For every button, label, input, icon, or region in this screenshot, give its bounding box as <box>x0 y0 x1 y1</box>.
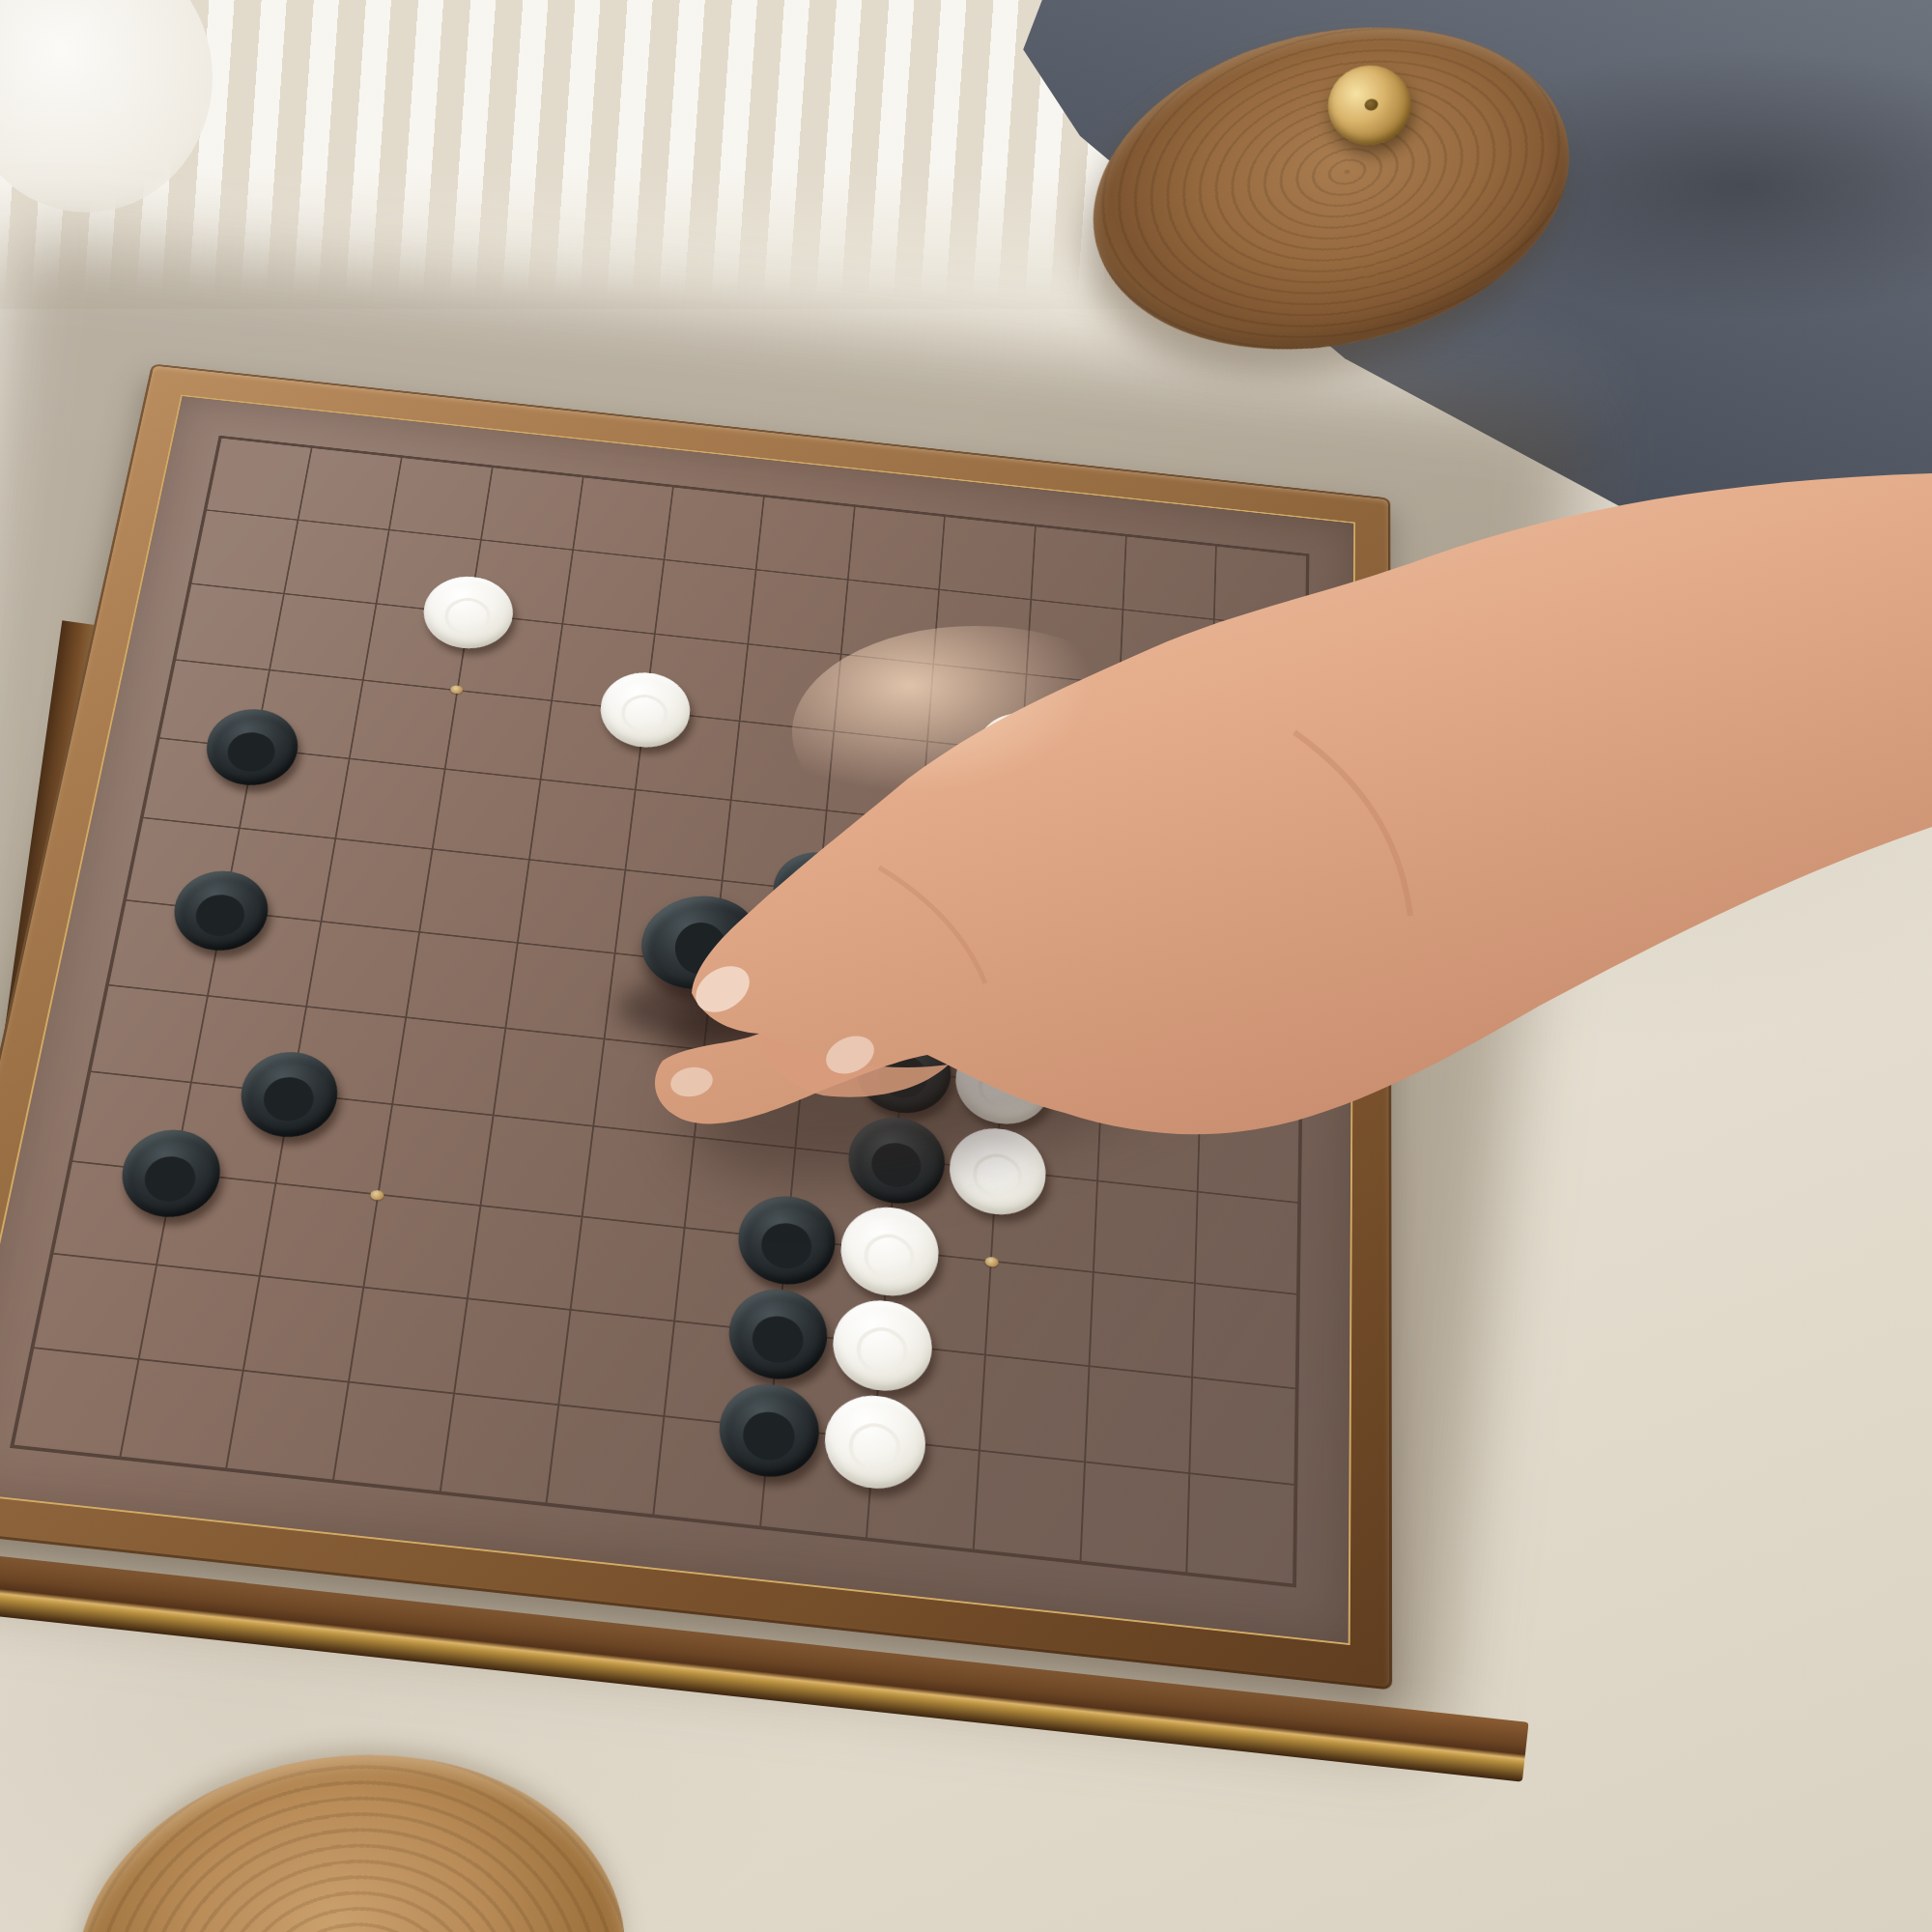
stone-white: ○ <box>821 1391 927 1494</box>
hand-placing-stone <box>560 413 1932 1206</box>
stone-black: ● <box>200 705 304 790</box>
stone-black: ● <box>734 1192 838 1290</box>
stone-white: ○ <box>418 572 517 653</box>
stone-black: ● <box>234 1047 344 1141</box>
knuckle-highlight <box>792 626 1159 838</box>
go-photo-scene: ○○○●●●●○○●○●●○●●○●○●○ ● <box>0 0 1932 1932</box>
stone-white: ○ <box>838 1203 941 1300</box>
stone-black: ● <box>715 1379 823 1482</box>
brass-knob <box>1321 57 1419 153</box>
stone-black: ● <box>167 867 274 955</box>
stone-black: ● <box>114 1125 227 1222</box>
stone-white: ○ <box>830 1295 934 1396</box>
stone-black: ● <box>724 1285 831 1385</box>
